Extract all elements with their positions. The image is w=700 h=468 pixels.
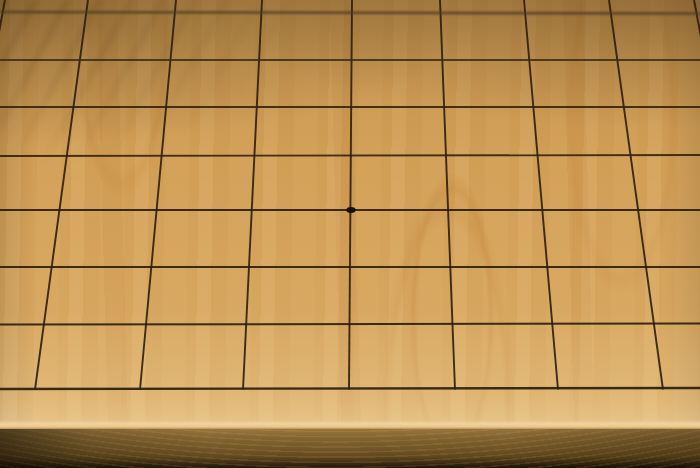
grid-line-horizontal [0, 324, 700, 325]
star-point-hoshi [346, 207, 355, 213]
front-face-shadow [0, 429, 700, 468]
grid-line-vertical [0, 0, 5, 390]
board-front-face [0, 429, 700, 468]
grid-line-vertical [243, 0, 262, 390]
grid-line-horizontal [0, 388, 700, 389]
grid-line-vertical [609, 0, 663, 390]
grid-line-vertical [140, 0, 176, 390]
grid-line-horizontal [0, 12, 700, 14]
grid-line-vertical [440, 0, 455, 390]
goban-photo [0, 0, 700, 468]
board-edge-bevel-highlight [0, 420, 700, 429]
grid-line-vertical [35, 0, 88, 390]
grid-line-vertical [349, 0, 352, 390]
grid-vertical-lines [0, 0, 700, 390]
grid-line-horizontal [0, 155, 700, 156]
grid-line-vertical [524, 0, 558, 390]
board-grid [0, 0, 700, 468]
grid-line-vertical [694, 0, 700, 390]
